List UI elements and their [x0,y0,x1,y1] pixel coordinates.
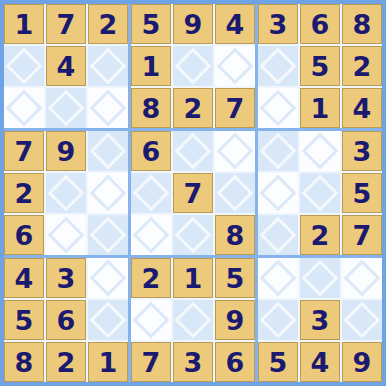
cell-r7c4: 2 [131,258,171,298]
diamond-decoration-icon [217,48,254,85]
cell-r9c5: 3 [173,342,213,382]
diamond-decoration-icon [175,48,212,85]
diamond-decoration-icon [6,90,43,127]
cell-r6c6: 8 [215,215,255,255]
cell-r1c4: 5 [131,4,171,44]
cell-r8c9[interactable] [342,300,382,340]
cell-r6c5[interactable] [173,215,213,255]
cell-r4c9: 3 [342,131,382,171]
cell-r5c9: 5 [342,173,382,213]
cell-r3c5: 2 [173,88,213,128]
diamond-decoration-icon [302,260,339,297]
cell-r4c7[interactable] [258,131,298,171]
diamond-decoration-icon [133,175,170,212]
cell-r5c1: 2 [4,173,44,213]
cell-r2c2: 4 [46,46,86,86]
cell-r7c7[interactable] [258,258,298,298]
diamond-decoration-icon [90,260,127,297]
cell-r9c3: 1 [88,342,128,382]
sudoku-board: 1725943684152827147963275682743215569382… [0,0,386,386]
cell-r8c2: 6 [46,300,86,340]
diamond-decoration-icon [133,302,170,339]
cell-r2c4: 1 [131,46,171,86]
cell-r9c9: 9 [342,342,382,382]
diamond-decoration-icon [90,175,127,212]
cell-r2c1[interactable] [4,46,44,86]
diamond-decoration-icon [217,175,254,212]
cell-r1c8: 6 [300,4,340,44]
diamond-decoration-icon [260,48,297,85]
cell-r5c2[interactable] [46,173,86,213]
cell-r4c3[interactable] [88,131,128,171]
cell-r6c8: 2 [300,215,340,255]
cell-r6c4[interactable] [131,215,171,255]
diamond-decoration-icon [260,302,297,339]
diamond-decoration-icon [260,217,297,254]
cell-r8c5[interactable] [173,300,213,340]
cell-r2c5[interactable] [173,46,213,86]
cell-r5c8[interactable] [300,173,340,213]
cell-r3c4: 8 [131,88,171,128]
cell-r1c2: 7 [46,4,86,44]
cell-r4c8[interactable] [300,131,340,171]
cell-r1c7: 3 [258,4,298,44]
cell-r2c9: 2 [342,46,382,86]
cell-r7c1: 4 [4,258,44,298]
cell-r5c4[interactable] [131,173,171,213]
cell-r4c5[interactable] [173,131,213,171]
cell-r1c3: 2 [88,4,128,44]
cell-r7c3[interactable] [88,258,128,298]
cell-r1c6: 4 [215,4,255,44]
cell-r5c5: 7 [173,173,213,213]
cell-r2c3[interactable] [88,46,128,86]
diamond-decoration-icon [6,48,43,85]
cell-r9c2: 2 [46,342,86,382]
cell-r4c4: 6 [131,131,171,171]
cell-r7c5: 1 [173,258,213,298]
diamond-decoration-icon [260,175,297,212]
diamond-decoration-icon [344,302,381,339]
cell-r8c6: 9 [215,300,255,340]
cell-r8c8: 3 [300,300,340,340]
cell-r8c7[interactable] [258,300,298,340]
cell-r6c2[interactable] [46,215,86,255]
diamond-decoration-icon [90,217,127,254]
cell-r5c7[interactable] [258,173,298,213]
diamond-decoration-icon [90,48,127,85]
cell-r7c6: 5 [215,258,255,298]
cell-r5c6[interactable] [215,173,255,213]
diamond-decoration-icon [90,90,127,127]
cell-r6c1: 6 [4,215,44,255]
cell-r1c1: 1 [4,4,44,44]
diamond-decoration-icon [90,133,127,170]
cell-r4c6[interactable] [215,131,255,171]
diamond-decoration-icon [175,217,212,254]
diamond-decoration-icon [175,302,212,339]
cell-r4c1: 7 [4,131,44,171]
cell-r3c7[interactable] [258,88,298,128]
diamond-decoration-icon [133,217,170,254]
diamond-decoration-icon [175,133,212,170]
cell-r9c7: 5 [258,342,298,382]
cell-r7c8[interactable] [300,258,340,298]
diamond-decoration-icon [48,175,85,212]
diamond-decoration-icon [302,175,339,212]
cell-r3c8: 1 [300,88,340,128]
cell-r6c9: 7 [342,215,382,255]
cell-r8c4[interactable] [131,300,171,340]
diamond-decoration-icon [48,90,85,127]
cell-r1c9: 8 [342,4,382,44]
diamond-decoration-icon [260,260,297,297]
diamond-decoration-icon [260,90,297,127]
cell-r8c3[interactable] [88,300,128,340]
diamond-decoration-icon [302,133,339,170]
diamond-decoration-icon [48,217,85,254]
cell-r4c2: 9 [46,131,86,171]
cell-r2c7[interactable] [258,46,298,86]
cell-r1c5: 9 [173,4,213,44]
cell-r3c3[interactable] [88,88,128,128]
cell-r9c1: 8 [4,342,44,382]
cell-r8c1: 5 [4,300,44,340]
cell-r5c3[interactable] [88,173,128,213]
cell-r6c3[interactable] [88,215,128,255]
cell-r7c9[interactable] [342,258,382,298]
cell-r3c6: 7 [215,88,255,128]
diamond-decoration-icon [344,260,381,297]
cell-r9c4: 7 [131,342,171,382]
cell-r3c1[interactable] [4,88,44,128]
cell-r3c2[interactable] [46,88,86,128]
cell-r2c8: 5 [300,46,340,86]
diamond-decoration-icon [260,133,297,170]
cell-r3c9: 4 [342,88,382,128]
cell-r9c8: 4 [300,342,340,382]
diamond-decoration-icon [217,133,254,170]
cell-r9c6: 6 [215,342,255,382]
cell-r2c6[interactable] [215,46,255,86]
cell-r6c7[interactable] [258,215,298,255]
cell-r7c2: 3 [46,258,86,298]
diamond-decoration-icon [90,302,127,339]
